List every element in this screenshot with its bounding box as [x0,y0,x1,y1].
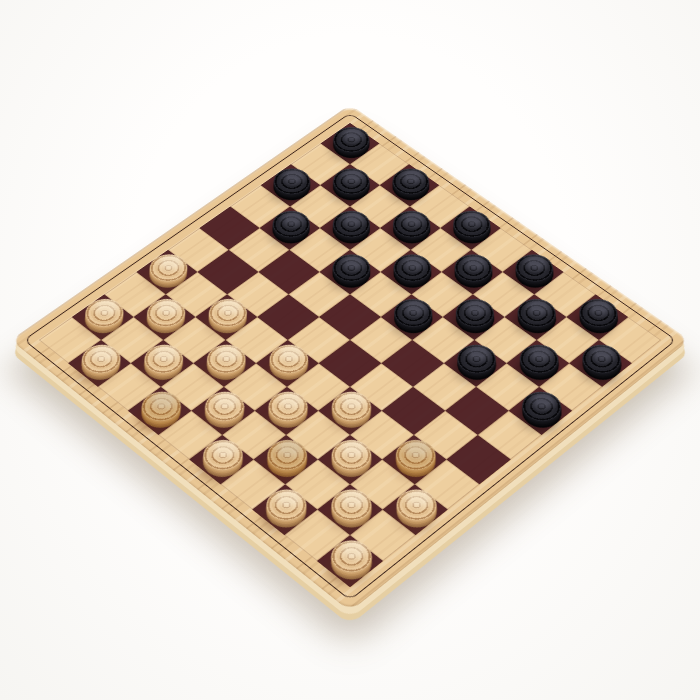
board-grid [39,123,661,587]
draughts-board [11,104,690,611]
photo-background [0,0,700,700]
